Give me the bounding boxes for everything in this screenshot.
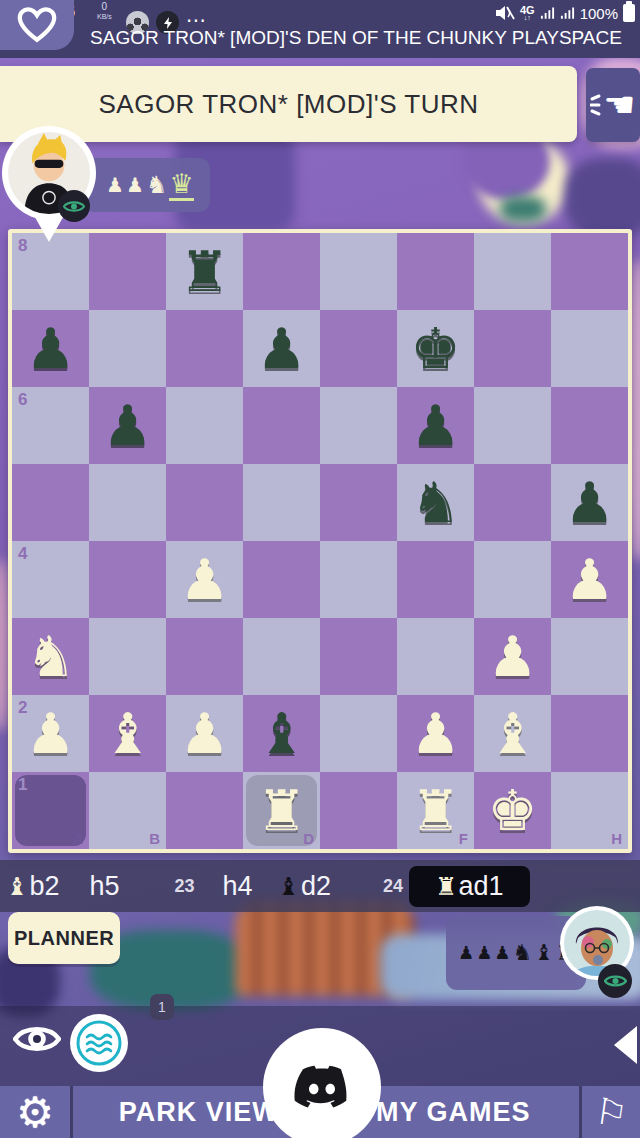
piece-black-pawn[interactable]: ♟ <box>397 387 474 464</box>
square-f5[interactable]: ♞ <box>397 464 474 541</box>
square-h1[interactable]: H <box>551 772 628 849</box>
square-f3[interactable] <box>397 618 474 695</box>
square-f1[interactable]: F♜ <box>397 772 474 849</box>
waves-app-button[interactable] <box>70 1014 128 1072</box>
move-number: 23 <box>175 876 195 897</box>
square-d4[interactable] <box>243 541 320 618</box>
square-h3[interactable] <box>551 618 628 695</box>
black-bishop-icon: ♝ <box>278 874 300 899</box>
piece-black-pawn[interactable]: ♟ <box>12 310 89 387</box>
square-h7[interactable] <box>551 310 628 387</box>
square-c8[interactable]: ♜ <box>166 233 243 310</box>
square-c1[interactable] <box>166 772 243 849</box>
square-a7[interactable]: ♟ <box>12 310 89 387</box>
square-f2[interactable]: ♟ <box>397 695 474 772</box>
square-h2[interactable] <box>551 695 628 772</box>
square-g3[interactable]: ♟ <box>474 618 551 695</box>
square-d6[interactable] <box>243 387 320 464</box>
square-f6[interactable]: ♟ <box>397 387 474 464</box>
status-bar: 1:16 0KB/s ⋯ 4G↓↑ 100% SAGOR TRON* [MOD]… <box>0 0 640 58</box>
spectators-eye-button[interactable] <box>13 1021 61 1061</box>
scene-cannon <box>500 196 546 222</box>
square-c3[interactable] <box>166 618 243 695</box>
square-a5[interactable] <box>12 464 89 541</box>
player1-eye-badge[interactable] <box>58 190 90 222</box>
piece-black-pawn[interactable]: ♟ <box>89 387 166 464</box>
file-label: H <box>611 830 622 847</box>
white-bishop-icon: ♝ <box>6 874 28 899</box>
collapse-chevron-left[interactable] <box>614 1026 637 1064</box>
rank-label: 1 <box>18 775 27 795</box>
captured-white-knight: ♞ <box>146 173 168 197</box>
turn-pointer-button[interactable]: ☚ <box>586 68 640 142</box>
captured-black-bishop: ♝ <box>534 942 554 964</box>
square-c2[interactable]: ♟ <box>166 695 243 772</box>
move-list: ♝b2h523h4♝d224♜ad1 <box>0 860 640 912</box>
square-b2[interactable]: ♝ <box>89 695 166 772</box>
square-b6[interactable]: ♟ <box>89 387 166 464</box>
discord-button[interactable] <box>263 1028 381 1138</box>
square-g2[interactable]: ♝ <box>474 695 551 772</box>
captured-traded-queen: ♛ <box>169 170 193 201</box>
piece-black-pawn[interactable]: ♟ <box>243 310 320 387</box>
move-entry[interactable]: ♝d2 <box>278 871 331 902</box>
file-label: A <box>72 830 83 847</box>
app-screen: 1:16 0KB/s ⋯ 4G↓↑ 100% SAGOR TRON* [MOD]… <box>0 0 640 1138</box>
square-a3[interactable]: ♞ <box>12 618 89 695</box>
battery-icon <box>623 4 635 22</box>
square-g5[interactable] <box>474 464 551 541</box>
square-d1[interactable]: D♜ <box>243 772 320 849</box>
square-g6[interactable] <box>474 387 551 464</box>
green-eye-icon <box>604 973 627 989</box>
square-c7[interactable] <box>166 310 243 387</box>
piece-white-king[interactable]: ♚ <box>474 772 551 849</box>
square-e8[interactable] <box>320 233 397 310</box>
signal-bars-icon-2 <box>560 6 575 20</box>
net-speed: 0KB/s <box>97 2 112 21</box>
waves-icon <box>75 1019 123 1067</box>
piece-white-knight[interactable]: ♞ <box>12 618 89 695</box>
move-entry[interactable]: h4 <box>223 871 253 902</box>
square-g4[interactable] <box>474 541 551 618</box>
piece-white-bishop[interactable]: ♝ <box>89 695 166 772</box>
room-title: SAGOR TRON* [MOD]'S DEN OF THE CHUNKY PL… <box>0 27 640 49</box>
square-e7[interactable] <box>320 310 397 387</box>
heart-icon <box>17 7 57 43</box>
piece-white-pawn[interactable]: ♟ <box>474 618 551 695</box>
square-b5[interactable] <box>89 464 166 541</box>
square-c5[interactable] <box>166 464 243 541</box>
piece-black-pawn[interactable]: ♟ <box>551 464 628 541</box>
notification-badge: 1 <box>150 994 174 1020</box>
player1-avatar-pin[interactable] <box>2 126 98 248</box>
square-h6[interactable] <box>551 387 628 464</box>
square-e2[interactable] <box>320 695 397 772</box>
square-c4[interactable]: ♟ <box>166 541 243 618</box>
file-label: F <box>459 830 468 847</box>
square-b1[interactable]: B <box>89 772 166 849</box>
square-e5[interactable] <box>320 464 397 541</box>
speed-lines-icon <box>590 92 601 118</box>
square-e4[interactable] <box>320 541 397 618</box>
square-a4[interactable]: 4 <box>12 541 89 618</box>
square-a2[interactable]: 2♟ <box>12 695 89 772</box>
move-entry[interactable]: ♜ad1 <box>409 866 529 907</box>
square-e3[interactable] <box>320 618 397 695</box>
flag-icon: ⚐ <box>592 1089 630 1134</box>
square-d5[interactable] <box>243 464 320 541</box>
square-e1[interactable] <box>320 772 397 849</box>
move-number: 24 <box>383 876 403 897</box>
file-label: D <box>303 830 314 847</box>
settings-gear-button[interactable]: ⚙ <box>0 1086 70 1138</box>
favorite-heart-button[interactable] <box>0 0 74 50</box>
discord-logo-icon <box>292 1064 352 1110</box>
planner-button[interactable]: PLANNER <box>8 912 120 964</box>
white-rook-icon: ♜ <box>435 874 457 899</box>
mute-icon <box>495 5 515 21</box>
green-eye-icon <box>63 199 85 214</box>
piece-white-bishop[interactable]: ♝ <box>474 695 551 772</box>
captured-black-pawn: ♟ <box>476 944 492 962</box>
square-d8[interactable] <box>243 233 320 310</box>
square-a1[interactable]: 1A <box>12 772 89 849</box>
resign-flag-button[interactable]: ⚐ <box>582 1086 640 1138</box>
square-c6[interactable] <box>166 387 243 464</box>
piece-black-knight[interactable]: ♞ <box>397 464 474 541</box>
captured-black-knight: ♞ <box>512 942 532 964</box>
piece-white-pawn[interactable]: ♟ <box>551 541 628 618</box>
square-h5[interactable]: ♟ <box>551 464 628 541</box>
square-g7[interactable] <box>474 310 551 387</box>
rank-label: 4 <box>18 544 27 564</box>
file-label: B <box>149 830 160 847</box>
square-d2[interactable]: ♝ <box>243 695 320 772</box>
battery-percent: 100% <box>580 5 618 22</box>
status-icons: 4G↓↑ 100% <box>495 3 635 23</box>
rank-label: 6 <box>18 390 27 410</box>
square-d3[interactable] <box>243 618 320 695</box>
piece-black-king[interactable]: ♚ <box>397 310 474 387</box>
square-g1[interactable]: ♚ <box>474 772 551 849</box>
piece-white-pawn[interactable]: ♟ <box>166 541 243 618</box>
rank-label: 2 <box>18 698 27 718</box>
square-e6[interactable] <box>320 387 397 464</box>
square-a6[interactable]: 6 <box>12 387 89 464</box>
piece-white-pawn[interactable]: ♟ <box>166 695 243 772</box>
move-entry[interactable]: h5 <box>89 871 119 902</box>
piece-black-bishop[interactable]: ♝ <box>243 695 320 772</box>
square-f8[interactable] <box>397 233 474 310</box>
move-entry[interactable]: ♝b2 <box>6 871 59 902</box>
captured-black-pawn: ♟ <box>494 944 510 962</box>
captured-black-pawn: ♟ <box>458 944 474 962</box>
square-g8[interactable] <box>474 233 551 310</box>
square-d7[interactable]: ♟ <box>243 310 320 387</box>
signal-bars-icon <box>540 6 555 20</box>
piece-white-pawn[interactable]: ♟ <box>397 695 474 772</box>
square-f4[interactable] <box>397 541 474 618</box>
square-b3[interactable] <box>89 618 166 695</box>
captured-white-pawn: ♟ <box>106 175 124 195</box>
square-f7[interactable]: ♚ <box>397 310 474 387</box>
network-type: 4G↓↑ <box>520 5 535 21</box>
player1-captured-tray: ♟♟♞♛ <box>84 158 210 212</box>
square-h4[interactable]: ♟ <box>551 541 628 618</box>
square-b7[interactable] <box>89 310 166 387</box>
eye-icon <box>13 1021 61 1057</box>
player2-eye-badge[interactable] <box>598 964 632 998</box>
square-b8[interactable] <box>89 233 166 310</box>
piece-black-rook[interactable]: ♜ <box>166 233 243 310</box>
square-b4[interactable] <box>89 541 166 618</box>
square-h8[interactable] <box>551 233 628 310</box>
pointing-hand-icon: ☚ <box>603 87 635 123</box>
captured-white-pawn: ♟ <box>126 175 144 195</box>
chess-board: 8♜♟♟♚6♟♟♞♟4♟♟♞♟2♟♝♟♝♟♝1ABD♜F♜♚H <box>8 229 632 853</box>
scene-dark-hill <box>565 158 640 238</box>
